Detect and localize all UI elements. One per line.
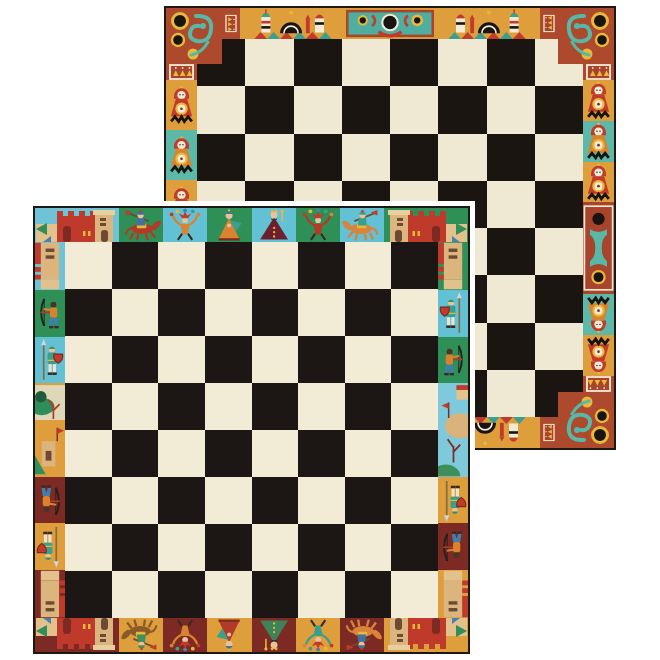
square-r3c1-light bbox=[65, 336, 112, 383]
juggling-jester-orange bbox=[163, 208, 207, 242]
square-r4c1-dark bbox=[65, 383, 112, 430]
matryoshka-teal-cell bbox=[166, 130, 197, 180]
square-r4c3-dark bbox=[158, 383, 205, 430]
square-r6c1-dark bbox=[65, 477, 112, 524]
front-border-right bbox=[438, 242, 468, 618]
square-r1c7-light bbox=[345, 242, 392, 289]
square-r6c6-light bbox=[298, 477, 345, 524]
square-r5c3-light bbox=[158, 430, 205, 477]
square-r3c3-light bbox=[158, 336, 205, 383]
square-r4c8-light bbox=[391, 383, 438, 430]
square-r1c7-dark bbox=[487, 39, 535, 86]
square-r1c6-light bbox=[438, 39, 486, 86]
square-r8c1-dark bbox=[65, 571, 112, 618]
square-r4c7-light bbox=[487, 181, 535, 228]
inverted-archer bbox=[35, 477, 65, 524]
square-r4c8-dark bbox=[535, 181, 583, 228]
square-r3c6-dark bbox=[298, 336, 345, 383]
square-r7c2-dark bbox=[112, 524, 159, 571]
square-r7c8-light bbox=[535, 323, 583, 370]
square-r7c7-dark bbox=[487, 323, 535, 370]
triangle-box bbox=[166, 64, 197, 80]
square-r1c1-light bbox=[65, 242, 112, 289]
square-r2c5-light bbox=[390, 86, 438, 133]
square-r1c4-dark bbox=[205, 242, 252, 289]
square-r7c3-light bbox=[158, 524, 205, 571]
square-r7c1-light bbox=[65, 524, 112, 571]
square-r5c4-dark bbox=[205, 430, 252, 477]
square-r4c4-light bbox=[205, 383, 252, 430]
guard-with-spear bbox=[438, 290, 468, 337]
square-r2c7-light bbox=[487, 86, 535, 133]
square-r7c6-dark bbox=[298, 524, 345, 571]
king-with-scepter bbox=[252, 208, 296, 242]
back-corner-ornament-tr bbox=[558, 8, 614, 64]
square-r5c6-dark bbox=[298, 430, 345, 477]
square-r8c6-light bbox=[298, 571, 345, 618]
back-border-top bbox=[166, 8, 614, 39]
square-r7c8-dark bbox=[391, 524, 438, 571]
inverted-jester bbox=[163, 618, 207, 652]
square-r3c8-dark bbox=[391, 336, 438, 383]
square-r2c3-dark bbox=[158, 289, 205, 336]
castle-wall-extension bbox=[35, 570, 65, 618]
square-r1c6-dark bbox=[298, 242, 345, 289]
square-r2c8-dark bbox=[535, 86, 583, 133]
front-board-squares bbox=[65, 242, 438, 618]
square-r3c4-light bbox=[342, 134, 390, 181]
square-r1c5-light bbox=[252, 242, 299, 289]
queen-figure bbox=[207, 208, 251, 242]
square-r3c1-dark bbox=[197, 134, 245, 181]
knight-on-red-horse bbox=[119, 208, 163, 242]
castle-wall-extension bbox=[35, 242, 65, 290]
square-r2c1-light bbox=[197, 86, 245, 133]
square-r1c8-dark bbox=[391, 242, 438, 289]
square-r3c5-light bbox=[252, 336, 299, 383]
square-r5c7-light bbox=[345, 430, 392, 477]
double-sided-game-board-photo bbox=[0, 0, 660, 660]
square-r8c2-light bbox=[112, 571, 159, 618]
back-border-right bbox=[583, 39, 614, 417]
onion-dome-frieze bbox=[434, 8, 540, 39]
square-r2c6-dark bbox=[438, 86, 486, 133]
square-r4c5-dark bbox=[252, 383, 299, 430]
juggling-jester-red bbox=[296, 208, 340, 242]
square-r2c4-light bbox=[205, 289, 252, 336]
square-r5c1-light bbox=[65, 430, 112, 477]
inverted-jester-teal bbox=[296, 618, 340, 652]
square-r5c8-dark bbox=[391, 430, 438, 477]
knight-on-orange-horse bbox=[340, 208, 384, 242]
square-r6c4-light bbox=[205, 477, 252, 524]
square-r5c2-dark bbox=[112, 430, 159, 477]
square-r2c2-light bbox=[112, 289, 159, 336]
square-r2c8-light bbox=[391, 289, 438, 336]
square-r2c6-light bbox=[298, 289, 345, 336]
square-r6c5-dark bbox=[252, 477, 299, 524]
square-r7c5-light bbox=[252, 524, 299, 571]
square-r3c2-dark bbox=[112, 336, 159, 383]
corner-castle-bottom-left bbox=[35, 618, 119, 652]
corner-castle-top-left bbox=[35, 208, 119, 242]
square-r1c3-light bbox=[158, 242, 205, 289]
square-r3c7-dark bbox=[487, 134, 535, 181]
square-r1c5-dark bbox=[390, 39, 438, 86]
back-corner-ornament-br bbox=[558, 392, 614, 448]
square-r2c3-light bbox=[294, 86, 342, 133]
triangle-box bbox=[540, 8, 558, 39]
square-r2c5-dark bbox=[252, 289, 299, 336]
front-border-bottom bbox=[35, 618, 468, 652]
square-r2c4-dark bbox=[342, 86, 390, 133]
square-r1c3-dark bbox=[294, 39, 342, 86]
corner-castle-bottom-right bbox=[384, 618, 468, 652]
onion-dome-frieze bbox=[240, 8, 346, 39]
square-r8c8-light bbox=[391, 571, 438, 618]
square-r1c2-light bbox=[245, 39, 293, 86]
tall-ornament-panel bbox=[583, 202, 614, 294]
castle-wall-extension bbox=[438, 570, 468, 618]
front-border-left bbox=[35, 242, 65, 618]
matryoshka-orange-cell bbox=[583, 162, 614, 203]
square-r8c3-dark bbox=[158, 571, 205, 618]
inverted-matryoshka bbox=[583, 294, 614, 335]
castle-wall-extension bbox=[438, 242, 468, 290]
archer bbox=[35, 290, 65, 337]
square-r3c6-light bbox=[438, 134, 486, 181]
matryoshka-orange-cell bbox=[166, 80, 197, 130]
inverted-archer bbox=[438, 523, 468, 570]
square-r8c5-dark bbox=[252, 571, 299, 618]
triangle-box bbox=[583, 376, 614, 392]
inverted-matryoshka bbox=[583, 335, 614, 376]
square-r5c7-dark bbox=[487, 228, 535, 275]
square-r8c4-light bbox=[205, 571, 252, 618]
matryoshka-orange-cell bbox=[583, 80, 614, 121]
square-r3c2-light bbox=[245, 134, 293, 181]
landscape-panel bbox=[438, 383, 468, 476]
square-r6c3-dark bbox=[158, 477, 205, 524]
square-r6c8-light bbox=[391, 477, 438, 524]
square-r6c7-dark bbox=[345, 477, 392, 524]
square-r3c5-dark bbox=[390, 134, 438, 181]
triangle-box bbox=[222, 8, 240, 39]
archer bbox=[438, 337, 468, 384]
square-r3c3-dark bbox=[294, 134, 342, 181]
square-r7c7-light bbox=[345, 524, 392, 571]
matryoshka-teal-cell bbox=[583, 121, 614, 162]
inverted-knight-orange-horse bbox=[340, 618, 384, 652]
front-border-top bbox=[35, 208, 468, 242]
corner-castle-top-right bbox=[384, 208, 468, 242]
back-corner-ornament-tl bbox=[166, 8, 222, 64]
teal-eye-panel bbox=[346, 8, 434, 39]
triangle-box bbox=[583, 64, 614, 80]
inverted-guard bbox=[35, 523, 65, 570]
square-r3c4-dark bbox=[205, 336, 252, 383]
square-r1c4-light bbox=[342, 39, 390, 86]
front-board-chess-side bbox=[33, 206, 470, 654]
square-r8c7-light bbox=[487, 370, 535, 417]
square-r2c1-dark bbox=[65, 289, 112, 336]
square-r2c7-dark bbox=[345, 289, 392, 336]
triangle-box bbox=[540, 417, 558, 448]
square-r7c4-dark bbox=[205, 524, 252, 571]
square-r4c7-dark bbox=[345, 383, 392, 430]
square-r8c7-dark bbox=[345, 571, 392, 618]
square-r6c8-dark bbox=[535, 275, 583, 322]
square-r3c7-light bbox=[345, 336, 392, 383]
inverted-guard bbox=[438, 477, 468, 524]
square-r2c2-dark bbox=[245, 86, 293, 133]
square-r6c2-light bbox=[112, 477, 159, 524]
landscape-panel bbox=[35, 383, 65, 476]
inverted-queen bbox=[207, 618, 251, 652]
square-r1c2-dark bbox=[112, 242, 159, 289]
inverted-knight bbox=[119, 618, 163, 652]
square-r4c2-light bbox=[112, 383, 159, 430]
inverted-king bbox=[252, 618, 296, 652]
guard-with-spear bbox=[35, 337, 65, 384]
square-r3c8-light bbox=[535, 134, 583, 181]
square-r5c8-light bbox=[535, 228, 583, 275]
square-r4c6-light bbox=[298, 383, 345, 430]
square-r5c5-light bbox=[252, 430, 299, 477]
square-r6c7-light bbox=[487, 275, 535, 322]
